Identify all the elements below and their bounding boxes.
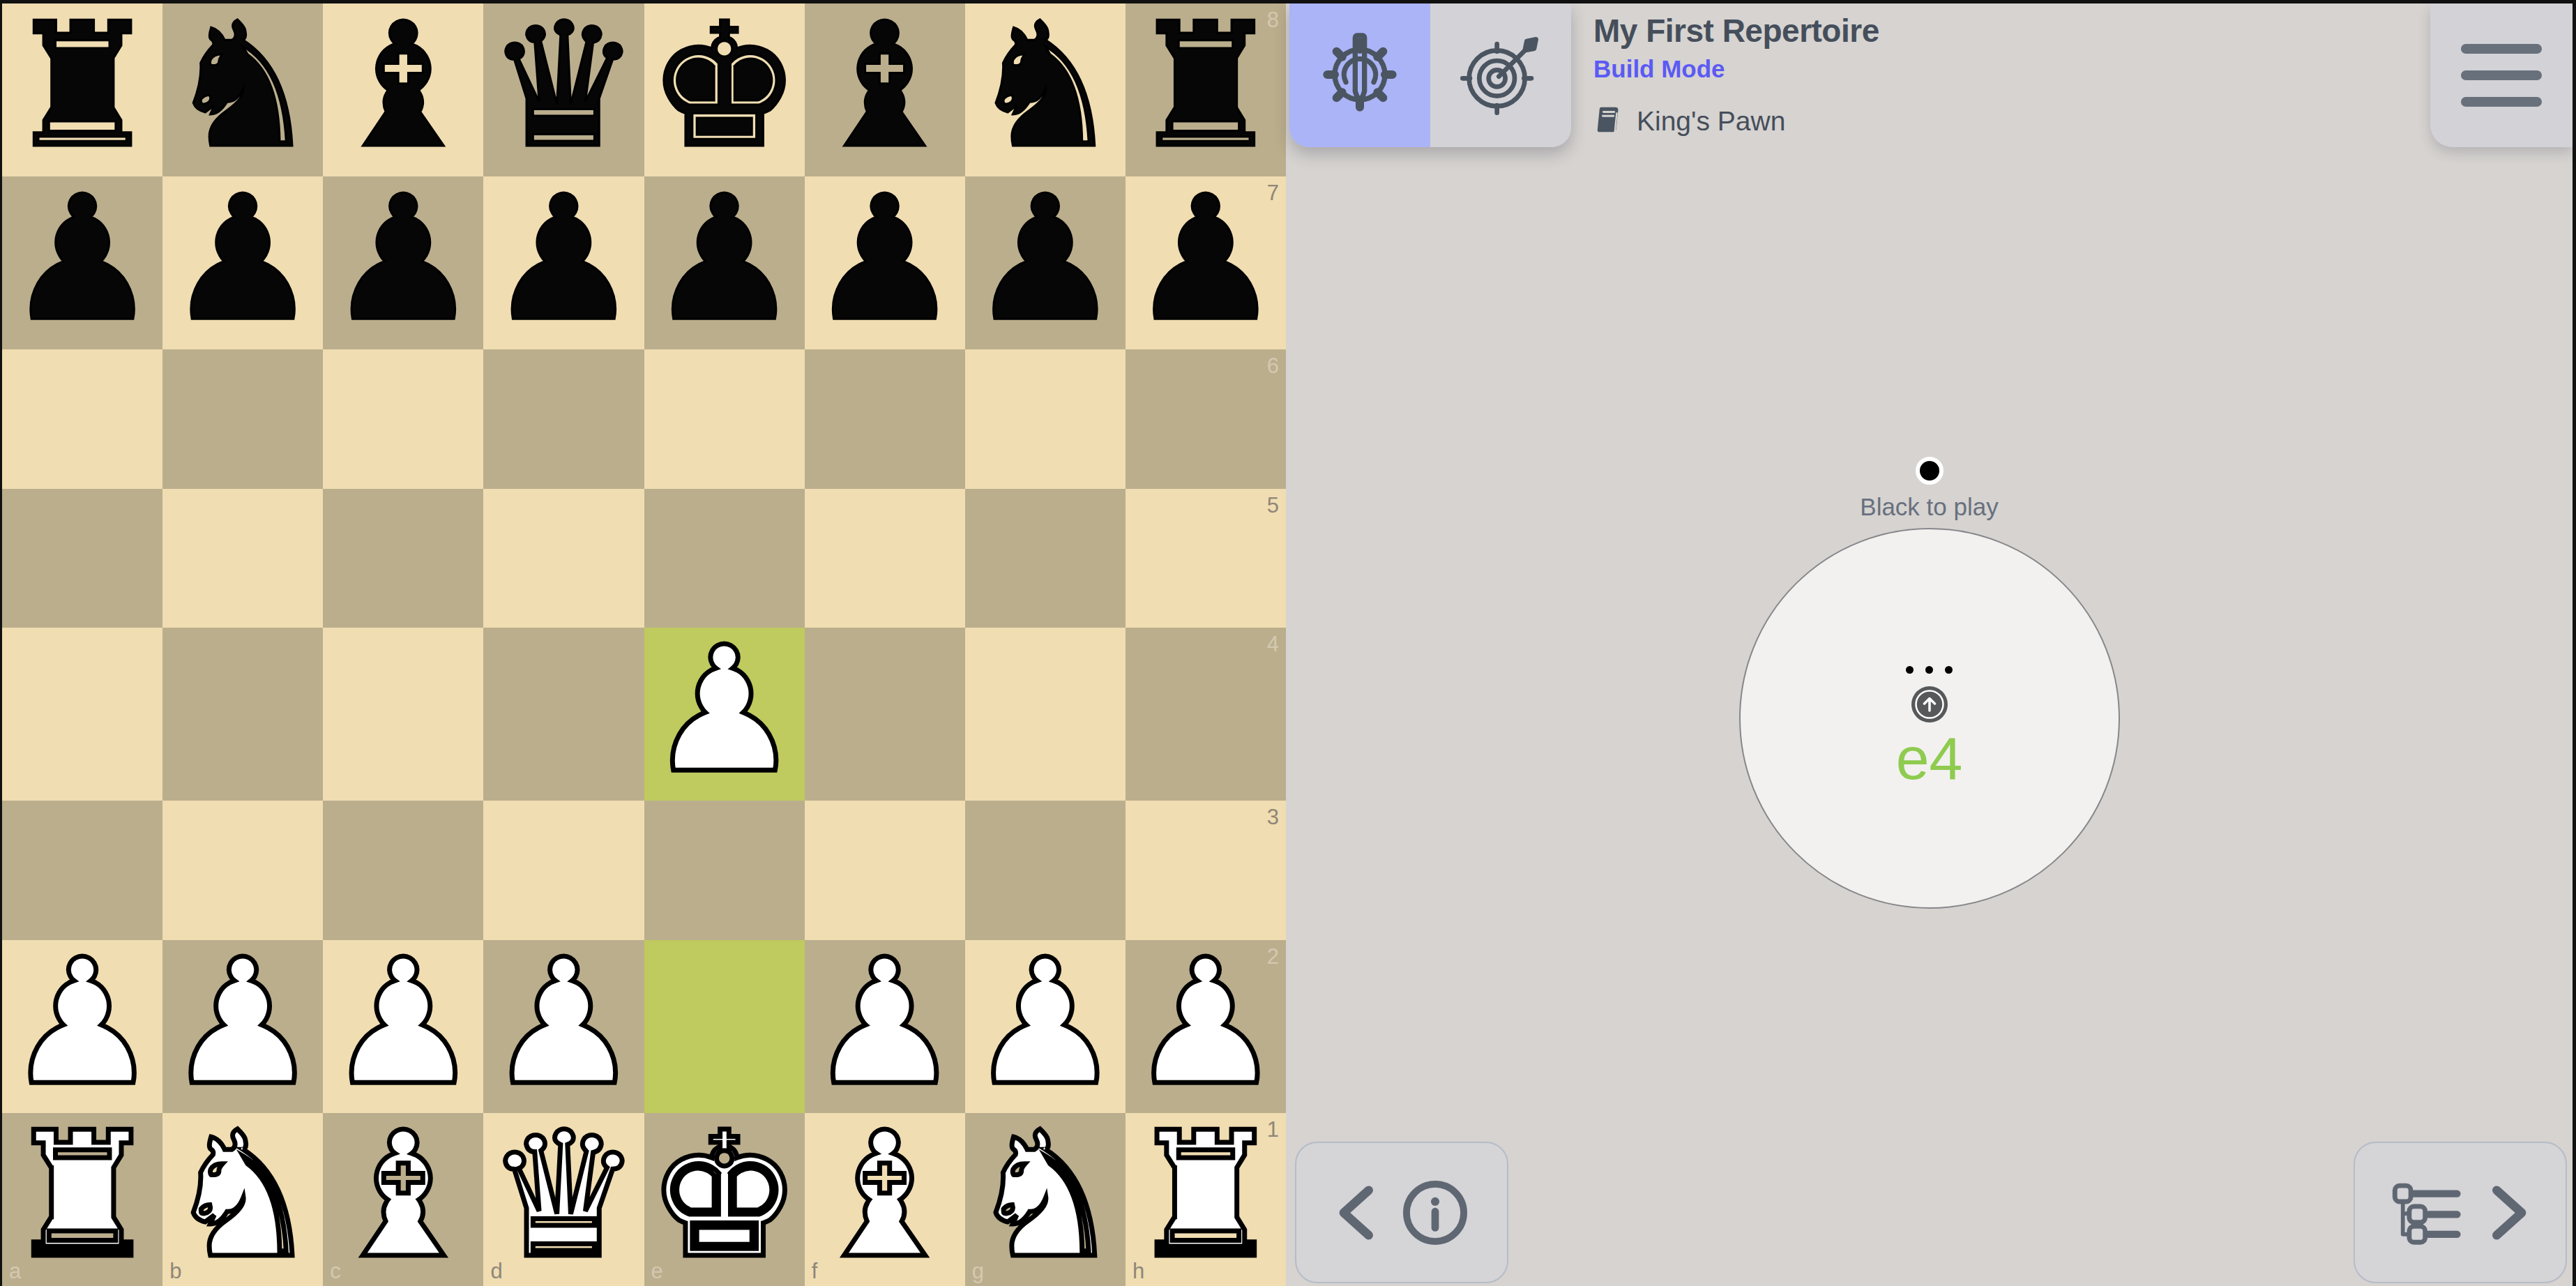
hamburger-menu-button[interactable] <box>2430 3 2573 147</box>
chevron-left-icon <box>1333 1183 1377 1243</box>
info-circle-icon <box>1400 1178 1470 1248</box>
square-b1[interactable]: b♞ <box>162 1113 323 1286</box>
square-b2[interactable]: ♟ <box>162 940 323 1113</box>
square-h8[interactable]: 8♜ <box>1126 3 1286 176</box>
piece-white-pawn-b2[interactable]: ♟ <box>165 936 320 1109</box>
piece-black-pawn-c7[interactable]: ♟ <box>326 172 480 345</box>
square-f7[interactable]: ♟ <box>805 176 965 349</box>
piece-white-pawn-h2[interactable]: ♟ <box>1128 936 1283 1109</box>
chapter-name: King's Pawn <box>1637 106 1785 137</box>
square-c4[interactable] <box>323 628 483 801</box>
piece-white-bishop-f1[interactable]: ♝ <box>808 1109 962 1282</box>
piece-black-pawn-a7[interactable]: ♟ <box>5 172 160 345</box>
target-dart-icon <box>1456 30 1545 121</box>
turn-indicator: Black to play <box>1286 457 2573 521</box>
hamburger-bar <box>2461 97 2542 107</box>
square-c1[interactable]: c♝ <box>323 1113 483 1286</box>
square-d1[interactable]: d♛ <box>483 1113 644 1286</box>
square-g3[interactable] <box>965 801 1126 940</box>
piece-black-pawn-h7[interactable]: ♟ <box>1128 172 1283 345</box>
square-g2[interactable]: ♟ <box>965 940 1126 1113</box>
square-c3[interactable] <box>323 801 483 940</box>
square-a7[interactable]: ♟ <box>2 176 162 349</box>
chapter-row[interactable]: King's Pawn <box>1593 104 1879 139</box>
piece-black-pawn-d7[interactable]: ♟ <box>486 172 641 345</box>
square-a3[interactable] <box>2 801 162 940</box>
more-moves-icon[interactable] <box>1906 666 1953 674</box>
variation-tree-button[interactable] <box>2388 1179 2465 1246</box>
square-h1[interactable]: 1h♜ <box>1126 1113 1286 1286</box>
repertoire-header: My First Repertoire Build Mode King's Pa… <box>1593 12 1879 139</box>
square-d5[interactable] <box>483 489 644 628</box>
piece-white-bishop-c1[interactable]: ♝ <box>326 1109 480 1282</box>
piece-white-pawn-g2[interactable]: ♟ <box>968 936 1123 1109</box>
square-a1[interactable]: a♜ <box>2 1113 162 1286</box>
piece-white-pawn-f2[interactable]: ♟ <box>808 936 962 1109</box>
move-bubble[interactable]: e4 <box>1739 528 2120 909</box>
piece-white-rook-a1[interactable]: ♜ <box>5 1109 160 1282</box>
square-f1[interactable]: f♝ <box>805 1113 965 1286</box>
square-d3[interactable] <box>483 801 644 940</box>
piece-black-bishop-c8[interactable]: ♝ <box>326 0 480 172</box>
square-d4[interactable] <box>483 628 644 801</box>
piece-white-pawn-e4[interactable]: ♟ <box>646 623 801 796</box>
black-turn-dot-icon <box>1916 457 1944 485</box>
app-window: ♜♞♝♛♚♝♞8♜♟♟♟♟♟♟♟7♟65♟43♟♟♟♟♟♟2♟a♜b♞c♝d♛e… <box>2 3 2573 1286</box>
square-a2[interactable]: ♟ <box>2 940 162 1113</box>
arrow-up-circle-icon <box>1910 685 1949 724</box>
piece-black-pawn-e7[interactable]: ♟ <box>646 172 801 345</box>
square-f6[interactable] <box>805 349 965 489</box>
square-g6[interactable] <box>965 349 1126 489</box>
square-d8[interactable]: ♛ <box>483 3 644 176</box>
piece-white-queen-d1[interactable]: ♛ <box>486 1109 641 1282</box>
chess-board[interactable]: ♜♞♝♛♚♝♞8♜♟♟♟♟♟♟♟7♟65♟43♟♟♟♟♟♟2♟a♜b♞c♝d♛e… <box>2 3 1286 1286</box>
piece-black-king-e8[interactable]: ♚ <box>646 0 801 172</box>
book-icon <box>1593 104 1626 139</box>
piece-black-knight-g8[interactable]: ♞ <box>968 0 1123 172</box>
square-e5[interactable] <box>644 489 805 628</box>
rank-label-5: 5 <box>1267 494 1279 516</box>
square-h5[interactable]: 5 <box>1126 489 1286 628</box>
square-a4[interactable] <box>2 628 162 801</box>
square-a8[interactable]: ♜ <box>2 3 162 176</box>
square-g8[interactable]: ♞ <box>965 3 1126 176</box>
square-e1[interactable]: e♚ <box>644 1113 805 1286</box>
variation-tree-icon <box>2388 1179 2465 1246</box>
square-h4[interactable]: 4 <box>1126 628 1286 801</box>
rank-label-3: 3 <box>1267 806 1279 828</box>
chevron-right-icon <box>2489 1183 2532 1243</box>
back-button[interactable] <box>1333 1183 1377 1243</box>
square-f8[interactable]: ♝ <box>805 3 965 176</box>
square-b7[interactable]: ♟ <box>162 176 323 349</box>
practice-mode-button[interactable] <box>1430 3 1571 147</box>
piece-white-rook-h1[interactable]: ♜ <box>1128 1109 1283 1282</box>
hamburger-bar <box>2461 44 2542 54</box>
square-b6[interactable] <box>162 349 323 489</box>
forward-button[interactable] <box>2489 1183 2532 1243</box>
piece-white-pawn-c2[interactable]: ♟ <box>326 936 480 1109</box>
square-h3[interactable]: 3 <box>1126 801 1286 940</box>
square-f5[interactable] <box>805 489 965 628</box>
square-e8[interactable]: ♚ <box>644 3 805 176</box>
square-e3[interactable] <box>644 801 805 940</box>
mode-toggle <box>1289 3 1571 147</box>
candidate-move: e4 <box>1896 728 1963 788</box>
mode-label: Build Mode <box>1593 55 1879 83</box>
square-a5[interactable] <box>2 489 162 628</box>
build-mode-button[interactable] <box>1289 3 1430 147</box>
square-c7[interactable]: ♟ <box>323 176 483 349</box>
info-button[interactable] <box>1400 1178 1470 1248</box>
square-g7[interactable]: ♟ <box>965 176 1126 349</box>
square-d7[interactable]: ♟ <box>483 176 644 349</box>
piece-black-knight-b8[interactable]: ♞ <box>165 0 320 172</box>
piece-black-rook-h8[interactable]: ♜ <box>1128 0 1283 172</box>
square-h7[interactable]: 7♟ <box>1126 176 1286 349</box>
piece-black-pawn-f7[interactable]: ♟ <box>808 172 962 345</box>
square-e6[interactable] <box>644 349 805 489</box>
square-h2[interactable]: 2♟ <box>1126 940 1286 1113</box>
square-g1[interactable]: g♞ <box>965 1113 1126 1286</box>
square-d2[interactable]: ♟ <box>483 940 644 1113</box>
square-e4[interactable]: ♟ <box>644 628 805 801</box>
square-b5[interactable] <box>162 489 323 628</box>
square-c5[interactable] <box>323 489 483 628</box>
piece-black-rook-a8[interactable]: ♜ <box>5 0 160 172</box>
square-e7[interactable]: ♟ <box>644 176 805 349</box>
piece-white-king-e1[interactable]: ♚ <box>646 1109 801 1282</box>
page-title: My First Repertoire <box>1593 12 1879 50</box>
square-c8[interactable]: ♝ <box>323 3 483 176</box>
square-b3[interactable] <box>162 801 323 940</box>
square-f3[interactable] <box>805 801 965 940</box>
square-b8[interactable]: ♞ <box>162 3 323 176</box>
square-c2[interactable]: ♟ <box>323 940 483 1113</box>
piece-white-knight-b1[interactable]: ♞ <box>165 1109 320 1282</box>
hamburger-bar <box>2461 70 2542 80</box>
square-g4[interactable] <box>965 628 1126 801</box>
piece-white-pawn-a2[interactable]: ♟ <box>5 936 160 1109</box>
piece-black-bishop-f8[interactable]: ♝ <box>808 0 962 172</box>
bottom-right-controls <box>2354 1142 2567 1283</box>
square-e2[interactable] <box>644 940 805 1113</box>
square-b4[interactable] <box>162 628 323 801</box>
piece-black-queen-d8[interactable]: ♛ <box>486 0 641 172</box>
square-g5[interactable] <box>965 489 1126 628</box>
square-a6[interactable] <box>2 349 162 489</box>
piece-black-pawn-b7[interactable]: ♟ <box>165 172 320 345</box>
square-f2[interactable]: ♟ <box>805 940 965 1113</box>
bottom-left-controls <box>1295 1142 1508 1283</box>
square-h6[interactable]: 6 <box>1126 349 1286 489</box>
piece-white-pawn-d2[interactable]: ♟ <box>486 936 641 1109</box>
piece-white-knight-g1[interactable]: ♞ <box>968 1109 1123 1282</box>
gear-compass-icon <box>1315 30 1404 121</box>
square-d6[interactable] <box>483 349 644 489</box>
piece-black-pawn-g7[interactable]: ♟ <box>968 172 1123 345</box>
square-c6[interactable] <box>323 349 483 489</box>
turn-label: Black to play <box>1860 493 1998 521</box>
repertoire-panel: My First Repertoire Build Mode King's Pa… <box>1286 3 2573 1286</box>
square-f4[interactable] <box>805 628 965 801</box>
rank-label-6: 6 <box>1267 355 1279 377</box>
rank-label-4: 4 <box>1267 633 1279 655</box>
